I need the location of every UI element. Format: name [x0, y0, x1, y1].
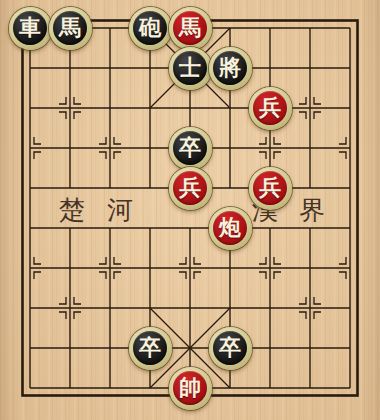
piece-glyph: 兵: [179, 177, 201, 199]
piece-glyph: 帥: [179, 377, 201, 399]
piece-glyph: 馬: [179, 17, 201, 39]
piece-black-horse[interactable]: 馬: [49, 7, 92, 50]
piece-glyph: 卒: [139, 337, 161, 359]
piece-glyph: 馬: [59, 17, 81, 39]
piece-layer: 車馬砲馬士將兵卒兵兵炮卒卒帥: [10, 8, 370, 408]
piece-glyph: 卒: [179, 137, 201, 159]
piece-red-general[interactable]: 帥: [169, 367, 212, 410]
piece-black-soldier[interactable]: 卒: [209, 327, 252, 370]
piece-glyph: 兵: [259, 97, 281, 119]
piece-glyph: 炮: [219, 217, 241, 239]
piece-glyph: 士: [179, 57, 201, 79]
piece-black-general[interactable]: 將: [209, 47, 252, 90]
piece-red-cannon[interactable]: 炮: [209, 207, 252, 250]
piece-glyph: 兵: [259, 177, 281, 199]
piece-black-soldier[interactable]: 卒: [169, 127, 212, 170]
piece-red-horse[interactable]: 馬: [169, 7, 212, 50]
piece-glyph: 砲: [139, 17, 161, 39]
piece-red-soldier[interactable]: 兵: [249, 87, 292, 130]
piece-black-soldier[interactable]: 卒: [129, 327, 172, 370]
piece-black-cannon[interactable]: 砲: [129, 7, 172, 50]
piece-glyph: 將: [219, 57, 241, 79]
piece-red-soldier[interactable]: 兵: [169, 167, 212, 210]
piece-glyph: 卒: [219, 337, 241, 359]
piece-red-soldier[interactable]: 兵: [249, 167, 292, 210]
piece-black-advisor[interactable]: 士: [169, 47, 212, 90]
piece-black-chariot[interactable]: 車: [9, 7, 52, 50]
piece-glyph: 車: [19, 17, 41, 39]
xiangqi-game: 楚 河 漢 界 車馬砲馬士將兵卒兵兵炮卒卒帥: [0, 0, 380, 420]
